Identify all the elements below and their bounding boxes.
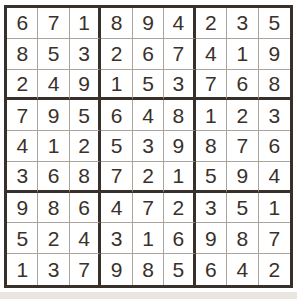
cell-r1c1[interactable]: 6: [7, 8, 38, 39]
cell-r6c7[interactable]: 5: [196, 162, 227, 193]
cell-r2c4[interactable]: 2: [101, 39, 132, 70]
cell-r3c9[interactable]: 8: [259, 70, 290, 101]
cell-r3c2[interactable]: 4: [38, 70, 69, 101]
cell-r3c5[interactable]: 5: [133, 70, 164, 101]
cell-r3c1[interactable]: 2: [7, 70, 38, 101]
cell-r8c4[interactable]: 3: [101, 223, 132, 254]
cell-r9c4[interactable]: 9: [101, 254, 132, 285]
cell-r6c6[interactable]: 1: [164, 162, 195, 193]
cell-r9c7[interactable]: 6: [196, 254, 227, 285]
cell-r8c9[interactable]: 7: [259, 223, 290, 254]
cell-r1c9[interactable]: 5: [259, 8, 290, 39]
cell-r9c1[interactable]: 1: [7, 254, 38, 285]
cell-r2c8[interactable]: 1: [227, 39, 258, 70]
cell-r7c1[interactable]: 9: [7, 193, 38, 224]
cell-r6c8[interactable]: 9: [227, 162, 258, 193]
cell-r5c5[interactable]: 3: [133, 131, 164, 162]
cell-r8c5[interactable]: 1: [133, 223, 164, 254]
cell-r1c8[interactable]: 3: [227, 8, 258, 39]
cell-r7c4[interactable]: 4: [101, 193, 132, 224]
cell-r9c9[interactable]: 2: [259, 254, 290, 285]
cell-r4c4[interactable]: 6: [101, 100, 132, 131]
cell-r7c5[interactable]: 7: [133, 193, 164, 224]
cell-r7c9[interactable]: 1: [259, 193, 290, 224]
cell-r1c7[interactable]: 2: [196, 8, 227, 39]
cell-r3c4[interactable]: 1: [101, 70, 132, 101]
cell-r4c5[interactable]: 4: [133, 100, 164, 131]
cell-r7c2[interactable]: 8: [38, 193, 69, 224]
cell-r5c1[interactable]: 4: [7, 131, 38, 162]
cell-r7c8[interactable]: 5: [227, 193, 258, 224]
cell-r5c6[interactable]: 9: [164, 131, 195, 162]
cell-r5c4[interactable]: 5: [101, 131, 132, 162]
cell-r5c7[interactable]: 8: [196, 131, 227, 162]
cell-r2c7[interactable]: 4: [196, 39, 227, 70]
cell-r2c3[interactable]: 3: [70, 39, 101, 70]
cell-r2c9[interactable]: 9: [259, 39, 290, 70]
cell-r9c3[interactable]: 7: [70, 254, 101, 285]
cell-r3c3[interactable]: 9: [70, 70, 101, 101]
cell-r4c8[interactable]: 2: [227, 100, 258, 131]
cell-r1c6[interactable]: 4: [164, 8, 195, 39]
cell-r8c3[interactable]: 4: [70, 223, 101, 254]
cell-r9c6[interactable]: 5: [164, 254, 195, 285]
page-bottom-edge-strip: [0, 292, 297, 299]
cell-r8c1[interactable]: 5: [7, 223, 38, 254]
sudoku-board: 6718942358532674192491537687956481234125…: [4, 5, 293, 288]
cell-r5c8[interactable]: 7: [227, 131, 258, 162]
cell-r2c2[interactable]: 5: [38, 39, 69, 70]
cell-r5c3[interactable]: 2: [70, 131, 101, 162]
cell-r5c2[interactable]: 1: [38, 131, 69, 162]
cell-r3c8[interactable]: 6: [227, 70, 258, 101]
cell-r5c9[interactable]: 6: [259, 131, 290, 162]
cell-r2c1[interactable]: 8: [7, 39, 38, 70]
cell-r9c5[interactable]: 8: [133, 254, 164, 285]
cell-r1c5[interactable]: 9: [133, 8, 164, 39]
cell-r7c7[interactable]: 3: [196, 193, 227, 224]
cell-r4c1[interactable]: 7: [7, 100, 38, 131]
cell-r6c3[interactable]: 8: [70, 162, 101, 193]
cell-r4c9[interactable]: 3: [259, 100, 290, 131]
cell-r8c6[interactable]: 6: [164, 223, 195, 254]
cell-r8c2[interactable]: 2: [38, 223, 69, 254]
cell-r4c7[interactable]: 1: [196, 100, 227, 131]
cell-r9c2[interactable]: 3: [38, 254, 69, 285]
cell-r8c7[interactable]: 9: [196, 223, 227, 254]
cell-r6c1[interactable]: 3: [7, 162, 38, 193]
cell-r2c5[interactable]: 6: [133, 39, 164, 70]
cell-r4c3[interactable]: 5: [70, 100, 101, 131]
cell-r1c3[interactable]: 1: [70, 8, 101, 39]
cell-r6c4[interactable]: 7: [101, 162, 132, 193]
cell-r6c5[interactable]: 2: [133, 162, 164, 193]
cell-r6c2[interactable]: 6: [38, 162, 69, 193]
cell-r7c6[interactable]: 2: [164, 193, 195, 224]
cell-r6c9[interactable]: 4: [259, 162, 290, 193]
cell-r4c2[interactable]: 9: [38, 100, 69, 131]
cell-r3c7[interactable]: 7: [196, 70, 227, 101]
cell-r1c4[interactable]: 8: [101, 8, 132, 39]
cell-r1c2[interactable]: 7: [38, 8, 69, 39]
cell-r7c3[interactable]: 6: [70, 193, 101, 224]
cell-r2c6[interactable]: 7: [164, 39, 195, 70]
cell-r9c8[interactable]: 4: [227, 254, 258, 285]
cell-r4c6[interactable]: 8: [164, 100, 195, 131]
cell-r3c6[interactable]: 3: [164, 70, 195, 101]
cell-r8c8[interactable]: 8: [227, 223, 258, 254]
